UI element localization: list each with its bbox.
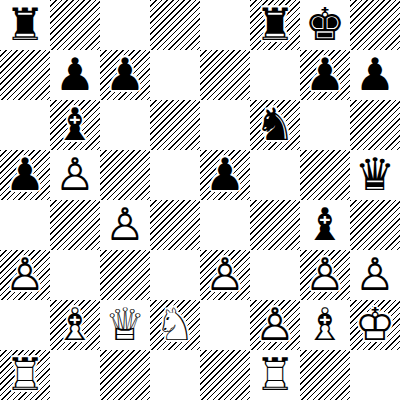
square-a3[interactable]: ♟♙	[0, 250, 50, 300]
square-e7[interactable]	[200, 50, 250, 100]
square-h8[interactable]	[350, 0, 400, 50]
square-e3[interactable]: ♟♙	[200, 250, 250, 300]
square-h6[interactable]	[350, 100, 400, 150]
square-d5[interactable]	[150, 150, 200, 200]
piece-white-pawn: ♟♙	[350, 250, 400, 300]
piece-black-pawn: ♟	[50, 50, 100, 100]
square-b7[interactable]: ♟	[50, 50, 100, 100]
square-a4[interactable]	[0, 200, 50, 250]
square-g7[interactable]: ♟	[300, 50, 350, 100]
piece-white-queen: ♛♕	[100, 300, 150, 350]
square-h5[interactable]: ♛	[350, 150, 400, 200]
square-a5[interactable]: ♟	[0, 150, 50, 200]
piece-white-pawn: ♟♙	[0, 250, 50, 300]
square-e4[interactable]	[200, 200, 250, 250]
square-b2[interactable]: ♝♗	[50, 300, 100, 350]
square-d2[interactable]: ♞♘	[150, 300, 200, 350]
square-c7[interactable]: ♟	[100, 50, 150, 100]
square-f1[interactable]: ♜♖	[250, 350, 300, 400]
square-a2[interactable]	[0, 300, 50, 350]
square-e5[interactable]: ♟	[200, 150, 250, 200]
square-d1[interactable]	[150, 350, 200, 400]
square-g8[interactable]: ♚	[300, 0, 350, 50]
square-f6[interactable]: ♞	[250, 100, 300, 150]
square-f7[interactable]	[250, 50, 300, 100]
piece-black-pawn: ♟	[0, 150, 50, 200]
square-h2[interactable]: ♚♔	[350, 300, 400, 350]
square-h4[interactable]	[350, 200, 400, 250]
piece-black-pawn: ♟	[300, 50, 350, 100]
square-h3[interactable]: ♟♙	[350, 250, 400, 300]
square-g1[interactable]	[300, 350, 350, 400]
square-a6[interactable]	[0, 100, 50, 150]
piece-white-bishop: ♝♗	[50, 300, 100, 350]
square-d6[interactable]	[150, 100, 200, 150]
square-f4[interactable]	[250, 200, 300, 250]
square-g4[interactable]: ♝	[300, 200, 350, 250]
square-b1[interactable]	[50, 350, 100, 400]
piece-black-queen: ♛	[350, 150, 400, 200]
square-d4[interactable]	[150, 200, 200, 250]
piece-black-pawn: ♟	[100, 50, 150, 100]
piece-black-bishop: ♝	[300, 200, 350, 250]
piece-white-pawn: ♟♙	[100, 200, 150, 250]
piece-white-knight: ♞♘	[150, 300, 200, 350]
square-b3[interactable]	[50, 250, 100, 300]
square-e6[interactable]	[200, 100, 250, 150]
square-d3[interactable]	[150, 250, 200, 300]
piece-white-rook: ♜♖	[0, 350, 50, 400]
square-c1[interactable]	[100, 350, 150, 400]
square-d7[interactable]	[150, 50, 200, 100]
square-a7[interactable]	[0, 50, 50, 100]
piece-black-pawn: ♟	[350, 50, 400, 100]
square-a8[interactable]: ♜	[0, 0, 50, 50]
square-e2[interactable]	[200, 300, 250, 350]
square-d8[interactable]	[150, 0, 200, 50]
piece-white-bishop: ♝♗	[300, 300, 350, 350]
piece-white-pawn: ♟♙	[300, 250, 350, 300]
piece-black-rook: ♜	[250, 0, 300, 50]
chess-board-wrap: ♜♜♚♟♟♟♟♝♞♟♟♙♟♛♟♙♝♟♙♟♙♟♙♟♙♝♗♛♕♞♘♟♙♝♗♚♔♜♖♜…	[0, 0, 400, 400]
square-a1[interactable]: ♜♖	[0, 350, 50, 400]
square-e8[interactable]	[200, 0, 250, 50]
square-b4[interactable]	[50, 200, 100, 250]
square-g3[interactable]: ♟♙	[300, 250, 350, 300]
piece-white-pawn: ♟♙	[250, 300, 300, 350]
piece-black-pawn: ♟	[200, 150, 250, 200]
piece-white-king: ♚♔	[350, 300, 400, 350]
piece-black-rook: ♜	[0, 0, 50, 50]
square-c4[interactable]: ♟♙	[100, 200, 150, 250]
square-c3[interactable]	[100, 250, 150, 300]
piece-white-pawn: ♟♙	[50, 150, 100, 200]
square-f3[interactable]	[250, 250, 300, 300]
piece-black-bishop: ♝	[50, 100, 100, 150]
piece-black-king: ♚	[300, 0, 350, 50]
square-b6[interactable]: ♝	[50, 100, 100, 150]
square-c5[interactable]	[100, 150, 150, 200]
chess-board: ♜♜♚♟♟♟♟♝♞♟♟♙♟♛♟♙♝♟♙♟♙♟♙♟♙♝♗♛♕♞♘♟♙♝♗♚♔♜♖♜…	[0, 0, 400, 400]
square-g5[interactable]	[300, 150, 350, 200]
piece-white-rook: ♜♖	[250, 350, 300, 400]
square-f8[interactable]: ♜	[250, 0, 300, 50]
square-b5[interactable]: ♟♙	[50, 150, 100, 200]
square-b8[interactable]	[50, 0, 100, 50]
square-h7[interactable]: ♟	[350, 50, 400, 100]
piece-black-knight: ♞	[250, 100, 300, 150]
square-g2[interactable]: ♝♗	[300, 300, 350, 350]
square-g6[interactable]	[300, 100, 350, 150]
square-c6[interactable]	[100, 100, 150, 150]
square-h1[interactable]	[350, 350, 400, 400]
square-f2[interactable]: ♟♙	[250, 300, 300, 350]
square-c8[interactable]	[100, 0, 150, 50]
square-c2[interactable]: ♛♕	[100, 300, 150, 350]
piece-white-pawn: ♟♙	[200, 250, 250, 300]
square-f5[interactable]	[250, 150, 300, 200]
square-e1[interactable]	[200, 350, 250, 400]
